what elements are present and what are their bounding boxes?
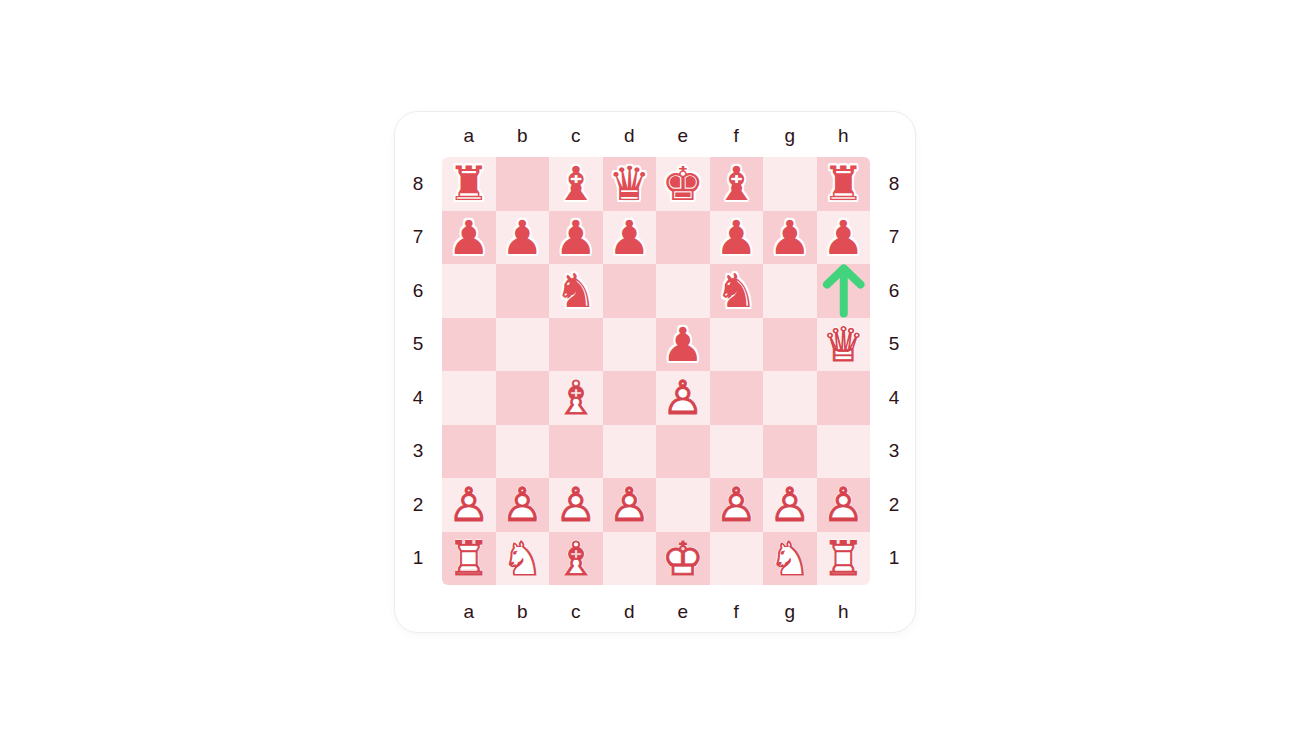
white-piece-outline: ♗ bbox=[555, 374, 597, 421]
square-h8[interactable]: ♜ bbox=[817, 157, 871, 211]
chess-board[interactable]: ♜♝♛♚♝♜♟♟♟♟♟♟♟♞♞♟♛♕♝♗♟♙♟♙♟♙♟♙♟♙♟♙♟♙♟♙♜♖♞♘… bbox=[442, 157, 870, 585]
square-a3[interactable] bbox=[442, 425, 496, 479]
file-label-c: c bbox=[549, 596, 603, 628]
square-g1[interactable]: ♞♘ bbox=[763, 532, 817, 586]
rank-labels-left: 87654321 bbox=[403, 157, 433, 585]
rank-label-8: 8 bbox=[403, 157, 433, 211]
square-b8[interactable] bbox=[496, 157, 550, 211]
square-b5[interactable] bbox=[496, 318, 550, 372]
square-c5[interactable] bbox=[549, 318, 603, 372]
square-b7[interactable]: ♟ bbox=[496, 211, 550, 265]
square-d1[interactable] bbox=[603, 532, 657, 586]
rank-label-6: 6 bbox=[403, 264, 433, 318]
white-piece-outline: ♙ bbox=[662, 374, 704, 421]
square-g7[interactable]: ♟ bbox=[763, 211, 817, 265]
square-f3[interactable] bbox=[710, 425, 764, 479]
white-knight[interactable]: ♞♘ bbox=[501, 535, 543, 582]
red-bishop[interactable]: ♝ bbox=[555, 160, 597, 207]
rank-label-1: 1 bbox=[403, 532, 433, 586]
chess-board-card: abcdefgh 87654321 ♜♝♛♚♝♜♟♟♟♟♟♟♟♞♞♟♛♕♝♗♟♙… bbox=[394, 111, 916, 633]
white-king[interactable]: ♚♔ bbox=[662, 535, 704, 582]
rank-label-4: 4 bbox=[879, 371, 909, 425]
square-a1[interactable]: ♜♖ bbox=[442, 532, 496, 586]
square-f1[interactable] bbox=[710, 532, 764, 586]
white-piece-outline: ♘ bbox=[501, 535, 543, 582]
file-label-h: h bbox=[817, 120, 871, 152]
white-piece-outline: ♖ bbox=[448, 535, 490, 582]
white-queen[interactable]: ♛♕ bbox=[822, 321, 864, 368]
page-background: abcdefgh 87654321 ♜♝♛♚♝♜♟♟♟♟♟♟♟♞♞♟♛♕♝♗♟♙… bbox=[0, 0, 1306, 744]
white-rook[interactable]: ♜♖ bbox=[448, 535, 490, 582]
square-h7[interactable]: ♟ bbox=[817, 211, 871, 265]
white-bishop[interactable]: ♝♗ bbox=[555, 374, 597, 421]
square-c2[interactable]: ♟♙ bbox=[549, 478, 603, 532]
rank-label-5: 5 bbox=[403, 318, 433, 372]
red-pawn[interactable]: ♟ bbox=[501, 214, 543, 261]
red-pawn[interactable]: ♟ bbox=[448, 214, 490, 261]
square-c3[interactable] bbox=[549, 425, 603, 479]
white-piece-outline: ♙ bbox=[555, 481, 597, 528]
white-piece-outline: ♙ bbox=[769, 481, 811, 528]
square-a2[interactable]: ♟♙ bbox=[442, 478, 496, 532]
square-c1[interactable]: ♝♗ bbox=[549, 532, 603, 586]
square-h3[interactable] bbox=[817, 425, 871, 479]
red-pawn[interactable]: ♟ bbox=[769, 214, 811, 261]
white-piece-outline: ♙ bbox=[448, 481, 490, 528]
white-rook[interactable]: ♜♖ bbox=[822, 535, 864, 582]
square-h2[interactable]: ♟♙ bbox=[817, 478, 871, 532]
red-pawn[interactable]: ♟ bbox=[608, 214, 650, 261]
red-rook[interactable]: ♜ bbox=[822, 160, 864, 207]
square-d4[interactable] bbox=[603, 371, 657, 425]
file-label-f: f bbox=[710, 596, 764, 628]
white-piece-outline: ♔ bbox=[662, 535, 704, 582]
square-b6[interactable] bbox=[496, 264, 550, 318]
square-e4[interactable]: ♟♙ bbox=[656, 371, 710, 425]
square-d5[interactable] bbox=[603, 318, 657, 372]
file-label-f: f bbox=[710, 120, 764, 152]
file-label-h: h bbox=[817, 596, 871, 628]
white-piece-outline: ♙ bbox=[608, 481, 650, 528]
file-label-b: b bbox=[496, 120, 550, 152]
rank-label-1: 1 bbox=[879, 532, 909, 586]
square-c4[interactable]: ♝♗ bbox=[549, 371, 603, 425]
rank-label-3: 3 bbox=[403, 425, 433, 479]
square-e8[interactable]: ♚ bbox=[656, 157, 710, 211]
square-g5[interactable] bbox=[763, 318, 817, 372]
square-h1[interactable]: ♜♖ bbox=[817, 532, 871, 586]
red-pawn[interactable]: ♟ bbox=[822, 214, 864, 261]
white-piece-outline: ♙ bbox=[501, 481, 543, 528]
square-c6[interactable]: ♞ bbox=[549, 264, 603, 318]
file-labels-top: abcdefgh bbox=[442, 120, 870, 152]
white-pawn[interactable]: ♟♙ bbox=[608, 481, 650, 528]
file-label-e: e bbox=[656, 120, 710, 152]
red-pawn[interactable]: ♟ bbox=[715, 214, 757, 261]
square-b4[interactable] bbox=[496, 371, 550, 425]
square-g3[interactable] bbox=[763, 425, 817, 479]
rank-labels-right: 87654321 bbox=[879, 157, 909, 585]
white-pawn[interactable]: ♟♙ bbox=[822, 481, 864, 528]
rank-label-2: 2 bbox=[403, 478, 433, 532]
white-piece-outline: ♗ bbox=[555, 535, 597, 582]
square-e2[interactable] bbox=[656, 478, 710, 532]
square-c8[interactable]: ♝ bbox=[549, 157, 603, 211]
square-a8[interactable]: ♜ bbox=[442, 157, 496, 211]
square-a5[interactable] bbox=[442, 318, 496, 372]
square-e7[interactable] bbox=[656, 211, 710, 265]
square-a4[interactable] bbox=[442, 371, 496, 425]
square-a7[interactable]: ♟ bbox=[442, 211, 496, 265]
file-label-g: g bbox=[763, 120, 817, 152]
square-d8[interactable]: ♛ bbox=[603, 157, 657, 211]
white-piece-outline: ♖ bbox=[822, 535, 864, 582]
file-label-d: d bbox=[603, 596, 657, 628]
white-pawn[interactable]: ♟♙ bbox=[555, 481, 597, 528]
red-king[interactable]: ♚ bbox=[662, 160, 704, 207]
red-knight[interactable]: ♞ bbox=[715, 267, 757, 314]
red-queen[interactable]: ♛ bbox=[608, 160, 650, 207]
white-piece-outline: ♘ bbox=[769, 535, 811, 582]
square-d7[interactable]: ♟ bbox=[603, 211, 657, 265]
rank-label-7: 7 bbox=[879, 211, 909, 265]
square-e1[interactable]: ♚♔ bbox=[656, 532, 710, 586]
rank-label-2: 2 bbox=[879, 478, 909, 532]
file-label-g: g bbox=[763, 596, 817, 628]
square-f7[interactable]: ♟ bbox=[710, 211, 764, 265]
square-f2[interactable]: ♟♙ bbox=[710, 478, 764, 532]
square-d6[interactable] bbox=[603, 264, 657, 318]
file-label-a: a bbox=[442, 120, 496, 152]
white-pawn[interactable]: ♟♙ bbox=[769, 481, 811, 528]
square-g6[interactable] bbox=[763, 264, 817, 318]
white-piece-outline: ♙ bbox=[715, 481, 757, 528]
rank-label-8: 8 bbox=[879, 157, 909, 211]
red-rook[interactable]: ♜ bbox=[448, 160, 490, 207]
square-h6[interactable] bbox=[817, 264, 871, 318]
square-f8[interactable]: ♝ bbox=[710, 157, 764, 211]
white-pawn[interactable]: ♟♙ bbox=[715, 481, 757, 528]
square-h4[interactable] bbox=[817, 371, 871, 425]
white-piece-outline: ♕ bbox=[822, 321, 864, 368]
white-knight[interactable]: ♞♘ bbox=[769, 535, 811, 582]
file-label-e: e bbox=[656, 596, 710, 628]
rank-label-6: 6 bbox=[879, 264, 909, 318]
file-label-b: b bbox=[496, 596, 550, 628]
rank-label-7: 7 bbox=[403, 211, 433, 265]
square-g8[interactable] bbox=[763, 157, 817, 211]
rank-label-4: 4 bbox=[403, 371, 433, 425]
rank-label-5: 5 bbox=[879, 318, 909, 372]
square-c7[interactable]: ♟ bbox=[549, 211, 603, 265]
red-bishop[interactable]: ♝ bbox=[715, 160, 757, 207]
red-pawn[interactable]: ♟ bbox=[555, 214, 597, 261]
white-bishop[interactable]: ♝♗ bbox=[555, 535, 597, 582]
white-pawn[interactable]: ♟♙ bbox=[501, 481, 543, 528]
file-label-d: d bbox=[603, 120, 657, 152]
square-e6[interactable] bbox=[656, 264, 710, 318]
file-label-a: a bbox=[442, 596, 496, 628]
square-g2[interactable]: ♟♙ bbox=[763, 478, 817, 532]
square-a6[interactable] bbox=[442, 264, 496, 318]
white-pawn[interactable]: ♟♙ bbox=[662, 374, 704, 421]
square-g4[interactable] bbox=[763, 371, 817, 425]
red-knight[interactable]: ♞ bbox=[555, 267, 597, 314]
square-f5[interactable] bbox=[710, 318, 764, 372]
white-pawn[interactable]: ♟♙ bbox=[448, 481, 490, 528]
red-pawn[interactable]: ♟ bbox=[662, 321, 704, 368]
square-h5[interactable]: ♛♕ bbox=[817, 318, 871, 372]
file-labels-bottom: abcdefgh bbox=[442, 596, 870, 628]
rank-label-3: 3 bbox=[879, 425, 909, 479]
square-b1[interactable]: ♞♘ bbox=[496, 532, 550, 586]
square-d3[interactable] bbox=[603, 425, 657, 479]
square-b3[interactable] bbox=[496, 425, 550, 479]
square-d2[interactable]: ♟♙ bbox=[603, 478, 657, 532]
square-f6[interactable]: ♞ bbox=[710, 264, 764, 318]
file-label-c: c bbox=[549, 120, 603, 152]
square-e5[interactable]: ♟ bbox=[656, 318, 710, 372]
square-b2[interactable]: ♟♙ bbox=[496, 478, 550, 532]
square-e3[interactable] bbox=[656, 425, 710, 479]
square-f4[interactable] bbox=[710, 371, 764, 425]
white-piece-outline: ♙ bbox=[822, 481, 864, 528]
